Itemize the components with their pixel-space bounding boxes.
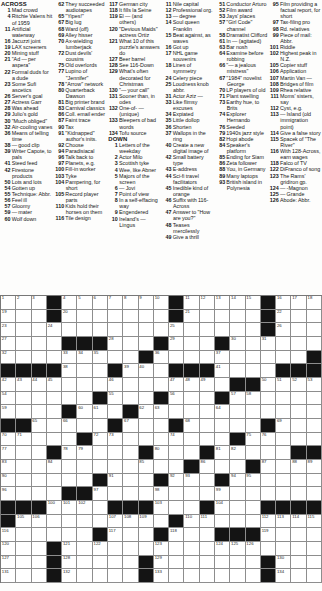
grid-cell-r2c1[interactable]: 19 bbox=[1, 310, 16, 324]
grid-cell-r2c19[interactable]: 22 bbox=[276, 310, 291, 324]
grid-cell-r8c16[interactable]: 57 bbox=[230, 392, 245, 406]
grid-cell-r3c16[interactable] bbox=[230, 323, 245, 337]
grid-cell-r17c5[interactable] bbox=[62, 515, 77, 529]
grid-cell-r18c18[interactable]: 119 bbox=[261, 528, 276, 542]
grid-cell-r2c17[interactable] bbox=[246, 310, 261, 324]
grid-cell-r15c1[interactable]: 96 bbox=[1, 487, 16, 501]
grid-cell-r18c19[interactable] bbox=[276, 528, 291, 542]
grid-cell-r12c9[interactable] bbox=[123, 446, 138, 460]
grid-cell-r10c7[interactable] bbox=[93, 419, 108, 433]
grid-cell-r9c6[interactable]: 60 bbox=[77, 405, 92, 419]
grid-cell-r1c2[interactable]: 2 bbox=[16, 296, 31, 310]
grid-cell-r1c20[interactable]: 17 bbox=[291, 296, 306, 310]
grid-cell-r11c1[interactable]: 70 bbox=[1, 433, 16, 447]
grid-cell-r1c5[interactable]: 4 bbox=[62, 296, 77, 310]
grid-cell-r9c10[interactable]: 62 bbox=[139, 405, 154, 419]
grid-cell-r1c7[interactable]: 6 bbox=[93, 296, 108, 310]
grid-cell-r15c19[interactable] bbox=[276, 487, 291, 501]
grid-cell-r19c3[interactable] bbox=[32, 542, 47, 556]
grid-cell-r11c4[interactable] bbox=[47, 433, 62, 447]
grid-cell-r4c14[interactable] bbox=[200, 337, 215, 351]
grid-cell-r8c19[interactable] bbox=[276, 392, 291, 406]
grid-cell-r9c14[interactable] bbox=[200, 405, 215, 419]
grid-cell-r12c12[interactable] bbox=[169, 446, 184, 460]
grid-cell-r9c12[interactable] bbox=[169, 405, 184, 419]
grid-cell-r13c9[interactable] bbox=[123, 460, 138, 474]
grid-cell-r4c8[interactable]: 28 bbox=[108, 337, 123, 351]
grid-cell-r6c5[interactable]: 38 bbox=[62, 364, 77, 378]
grid-cell-r10c6[interactable] bbox=[77, 419, 92, 433]
grid-cell-r13c19[interactable] bbox=[276, 460, 291, 474]
grid-cell-r20c17[interactable] bbox=[246, 556, 261, 570]
grid-cell-r13c11[interactable] bbox=[154, 460, 169, 474]
grid-cell-r10c9[interactable]: 67 bbox=[123, 419, 138, 433]
grid-cell-r4c17[interactable] bbox=[246, 337, 261, 351]
grid-cell-r15c17[interactable] bbox=[246, 487, 261, 501]
grid-cell-r7c2[interactable]: 43 bbox=[16, 378, 31, 392]
grid-cell-r14c2[interactable] bbox=[16, 474, 31, 488]
grid-cell-r7c18[interactable]: 50 bbox=[261, 378, 276, 392]
grid-cell-r5c5[interactable]: 33 bbox=[62, 351, 77, 365]
grid-cell-r5c11[interactable]: 36 bbox=[154, 351, 169, 365]
grid-cell-r9c15[interactable]: 64 bbox=[215, 405, 230, 419]
grid-cell-r21c16[interactable] bbox=[230, 569, 245, 583]
grid-cell-r7c9[interactable] bbox=[123, 378, 138, 392]
grid-cell-r11c20[interactable] bbox=[291, 433, 306, 447]
grid-cell-r7c13[interactable]: 48 bbox=[184, 378, 199, 392]
grid-cell-r19c2[interactable] bbox=[16, 542, 31, 556]
grid-cell-r1c16[interactable]: 14 bbox=[230, 296, 245, 310]
grid-cell-r3c20[interactable] bbox=[291, 323, 306, 337]
grid-cell-r4c1[interactable]: 27 bbox=[1, 337, 16, 351]
grid-cell-r3c6[interactable] bbox=[77, 323, 92, 337]
grid-cell-r13c16[interactable] bbox=[230, 460, 245, 474]
grid-cell-r9c8[interactable] bbox=[108, 405, 123, 419]
grid-cell-r13c2[interactable] bbox=[16, 460, 31, 474]
grid-cell-r7c1[interactable]: 42 bbox=[1, 378, 16, 392]
grid-cell-r10c4[interactable] bbox=[47, 419, 62, 433]
grid-cell-r4c3[interactable] bbox=[32, 337, 47, 351]
grid-cell-r3c1[interactable]: 23 bbox=[1, 323, 16, 337]
grid-cell-r11c15[interactable] bbox=[215, 433, 230, 447]
grid-cell-r12c8[interactable] bbox=[108, 446, 123, 460]
grid-cell-r17c14[interactable]: 111 bbox=[200, 515, 215, 529]
grid-cell-r6c17[interactable] bbox=[246, 364, 261, 378]
grid-cell-r9c2[interactable] bbox=[16, 405, 31, 419]
grid-cell-r15c13[interactable] bbox=[184, 487, 199, 501]
grid-cell-r21c6[interactable] bbox=[77, 569, 92, 583]
grid-cell-r20c1[interactable]: 127 bbox=[1, 556, 16, 570]
grid-cell-r19c14[interactable] bbox=[200, 542, 215, 556]
grid-cell-r18c3[interactable] bbox=[32, 528, 47, 542]
grid-cell-r13c1[interactable]: 83 bbox=[1, 460, 16, 474]
grid-cell-r12c16[interactable]: 82 bbox=[230, 446, 245, 460]
grid-cell-r14c17[interactable]: 95 bbox=[246, 474, 261, 488]
grid-cell-r11c13[interactable] bbox=[184, 433, 199, 447]
grid-cell-r10c16[interactable] bbox=[230, 419, 245, 433]
grid-cell-r18c8[interactable]: 117 bbox=[108, 528, 123, 542]
grid-cell-r8c12[interactable]: 56 bbox=[169, 392, 184, 406]
grid-cell-r21c7[interactable] bbox=[93, 569, 108, 583]
grid-cell-r14c4[interactable] bbox=[47, 474, 62, 488]
grid-cell-r14c1[interactable]: 90 bbox=[1, 474, 16, 488]
grid-cell-r8c5[interactable] bbox=[62, 392, 77, 406]
grid-cell-r15c21[interactable] bbox=[307, 487, 322, 501]
grid-cell-r5c18[interactable] bbox=[261, 351, 276, 365]
grid-cell-r4c10[interactable] bbox=[139, 337, 154, 351]
grid-cell-r1c19[interactable]: 16 bbox=[276, 296, 291, 310]
grid-cell-r15c10[interactable] bbox=[139, 487, 154, 501]
grid-cell-r7c10[interactable] bbox=[139, 378, 154, 392]
grid-cell-r8c17[interactable]: 58 bbox=[246, 392, 261, 406]
grid-cell-r7c5[interactable] bbox=[62, 378, 77, 392]
grid-cell-r1c8[interactable]: 7 bbox=[108, 296, 123, 310]
grid-cell-r19c15[interactable]: 124 bbox=[215, 542, 230, 556]
grid-cell-r2c11[interactable] bbox=[154, 310, 169, 324]
grid-cell-r13c12[interactable] bbox=[169, 460, 184, 474]
grid-cell-r10c11[interactable] bbox=[154, 419, 169, 433]
grid-cell-r7c15[interactable] bbox=[215, 378, 230, 392]
grid-cell-r8c2[interactable] bbox=[16, 392, 31, 406]
grid-cell-r18c2[interactable] bbox=[16, 528, 31, 542]
grid-cell-r20c21[interactable] bbox=[307, 556, 322, 570]
grid-cell-r18c5[interactable] bbox=[62, 528, 77, 542]
grid-cell-r3c17[interactable] bbox=[246, 323, 261, 337]
grid-cell-r7c14[interactable]: 49 bbox=[200, 378, 215, 392]
grid-cell-r14c14[interactable] bbox=[200, 474, 215, 488]
grid-cell-r18c13[interactable] bbox=[184, 528, 199, 542]
grid-cell-r19c13[interactable] bbox=[184, 542, 199, 556]
grid-cell-r7c7[interactable] bbox=[93, 378, 108, 392]
grid-cell-r16c7[interactable] bbox=[93, 501, 108, 515]
grid-cell-r3c2[interactable] bbox=[16, 323, 31, 337]
grid-cell-r12c13[interactable] bbox=[184, 446, 199, 460]
grid-cell-r18c20[interactable] bbox=[291, 528, 306, 542]
grid-cell-r10c13[interactable]: 68 bbox=[184, 419, 199, 433]
grid-cell-r9c20[interactable] bbox=[291, 405, 306, 419]
grid-cell-r21c17[interactable] bbox=[246, 569, 261, 583]
grid-cell-r4c4[interactable] bbox=[47, 337, 62, 351]
grid-cell-r19c8[interactable] bbox=[108, 542, 123, 556]
grid-cell-r10c19[interactable]: 69 bbox=[276, 419, 291, 433]
grid-cell-r6c10[interactable]: 40 bbox=[139, 364, 154, 378]
grid-cell-r13c5[interactable] bbox=[62, 460, 77, 474]
grid-cell-r3c14[interactable] bbox=[200, 323, 215, 337]
grid-cell-r4c13[interactable] bbox=[184, 337, 199, 351]
grid-cell-r17c10[interactable]: 109 bbox=[139, 515, 154, 529]
grid-cell-r4c18[interactable]: 31 bbox=[261, 337, 276, 351]
grid-cell-r2c7[interactable] bbox=[93, 310, 108, 324]
grid-cell-r5c6[interactable]: 34 bbox=[77, 351, 92, 365]
grid-cell-r20c2[interactable] bbox=[16, 556, 31, 570]
grid-cell-r19c10[interactable] bbox=[139, 542, 154, 556]
grid-cell-r1c11[interactable]: 10 bbox=[154, 296, 169, 310]
grid-cell-r13c7[interactable] bbox=[93, 460, 108, 474]
grid-cell-r7c6[interactable] bbox=[77, 378, 92, 392]
grid-cell-r13c10[interactable]: 85 bbox=[139, 460, 154, 474]
grid-cell-r17c18[interactable]: 112 bbox=[261, 515, 276, 529]
grid-cell-r8c13[interactable] bbox=[184, 392, 199, 406]
grid-cell-r5c15[interactable]: 37 bbox=[215, 351, 230, 365]
grid-cell-r12c2[interactable] bbox=[16, 446, 31, 460]
grid-cell-r7c21[interactable]: 53 bbox=[307, 378, 322, 392]
grid-cell-r12c17[interactable] bbox=[246, 446, 261, 460]
grid-cell-r10c3[interactable]: 65 bbox=[32, 419, 47, 433]
grid-cell-r5c13[interactable] bbox=[184, 351, 199, 365]
grid-cell-r21c1[interactable]: 131 bbox=[1, 569, 16, 583]
grid-cell-r10c21[interactable] bbox=[307, 419, 322, 433]
grid-cell-r4c21[interactable] bbox=[307, 337, 322, 351]
grid-cell-r17c21[interactable]: 115 bbox=[307, 515, 322, 529]
grid-cell-r14c10[interactable] bbox=[139, 474, 154, 488]
grid-cell-r19c6[interactable] bbox=[77, 542, 92, 556]
grid-cell-r13c21[interactable]: 89 bbox=[307, 460, 322, 474]
grid-cell-r6c6[interactable] bbox=[77, 364, 92, 378]
grid-cell-r6c7[interactable] bbox=[93, 364, 108, 378]
grid-cell-r6c16[interactable] bbox=[230, 364, 245, 378]
grid-cell-r19c18[interactable] bbox=[261, 542, 276, 556]
grid-cell-r8c9[interactable] bbox=[123, 392, 138, 406]
grid-cell-r14c13[interactable]: 93 bbox=[184, 474, 199, 488]
grid-cell-r17c16[interactable] bbox=[230, 515, 245, 529]
grid-cell-r12c5[interactable]: 78 bbox=[62, 446, 77, 460]
grid-cell-r2c9[interactable] bbox=[123, 310, 138, 324]
grid-cell-r9c3[interactable] bbox=[32, 405, 47, 419]
grid-cell-r16c4[interactable]: 100 bbox=[47, 501, 62, 515]
grid-cell-r10c20[interactable] bbox=[291, 419, 306, 433]
grid-cell-r11c2[interactable]: 71 bbox=[16, 433, 31, 447]
grid-cell-r9c7[interactable]: 61 bbox=[93, 405, 108, 419]
grid-cell-r20c15[interactable] bbox=[215, 556, 230, 570]
grid-cell-r13c18[interactable]: 87 bbox=[261, 460, 276, 474]
grid-cell-r3c21[interactable] bbox=[307, 323, 322, 337]
grid-cell-r10c10[interactable] bbox=[139, 419, 154, 433]
grid-cell-r9c4[interactable] bbox=[47, 405, 62, 419]
grid-cell-r9c19[interactable] bbox=[276, 405, 291, 419]
grid-cell-r18c1[interactable]: 116 bbox=[1, 528, 16, 542]
grid-cell-r2c8[interactable] bbox=[108, 310, 123, 324]
grid-cell-r20c8[interactable] bbox=[108, 556, 123, 570]
grid-cell-r13c3[interactable] bbox=[32, 460, 47, 474]
grid-cell-r11c10[interactable] bbox=[139, 433, 154, 447]
grid-cell-r11c14[interactable] bbox=[200, 433, 215, 447]
grid-cell-r3c8[interactable] bbox=[108, 323, 123, 337]
grid-cell-r13c20[interactable]: 88 bbox=[291, 460, 306, 474]
grid-cell-r10c14[interactable] bbox=[200, 419, 215, 433]
grid-cell-r12c1[interactable]: 77 bbox=[1, 446, 16, 460]
grid-cell-r21c15[interactable] bbox=[215, 569, 230, 583]
grid-cell-r19c17[interactable]: 126 bbox=[246, 542, 261, 556]
grid-cell-r1c9[interactable]: 8 bbox=[123, 296, 138, 310]
grid-cell-r12c11[interactable]: 80 bbox=[154, 446, 169, 460]
grid-cell-r18c9[interactable] bbox=[123, 528, 138, 542]
grid-cell-r2c13[interactable]: 21 bbox=[184, 310, 199, 324]
grid-cell-r20c20[interactable] bbox=[291, 556, 306, 570]
grid-cell-r9c13[interactable] bbox=[184, 405, 199, 419]
grid-cell-r3c5[interactable] bbox=[62, 323, 77, 337]
grid-cell-r18c14[interactable] bbox=[200, 528, 215, 542]
grid-cell-r15c9[interactable] bbox=[123, 487, 138, 501]
grid-cell-r3c10[interactable] bbox=[139, 323, 154, 337]
grid-cell-r2c3[interactable] bbox=[32, 310, 47, 324]
grid-cell-r9c21[interactable] bbox=[307, 405, 322, 419]
grid-cell-r19c21[interactable] bbox=[307, 542, 322, 556]
grid-cell-r19c19[interactable] bbox=[276, 542, 291, 556]
grid-cell-r15c12[interactable] bbox=[169, 487, 184, 501]
grid-cell-r21c21[interactable] bbox=[307, 569, 322, 583]
grid-cell-r16c11[interactable]: 103 bbox=[154, 501, 169, 515]
grid-cell-r20c11[interactable]: 129 bbox=[154, 556, 169, 570]
grid-cell-r7c3[interactable]: 44 bbox=[32, 378, 47, 392]
grid-cell-r2c5[interactable]: 20 bbox=[62, 310, 77, 324]
grid-cell-r5c3[interactable] bbox=[32, 351, 47, 365]
grid-cell-r10c15[interactable] bbox=[215, 419, 230, 433]
grid-cell-r2c6[interactable] bbox=[77, 310, 92, 324]
grid-cell-r7c12[interactable]: 47 bbox=[169, 378, 184, 392]
grid-cell-r11c19[interactable] bbox=[276, 433, 291, 447]
grid-cell-r14c18[interactable] bbox=[261, 474, 276, 488]
grid-cell-r7c20[interactable]: 52 bbox=[291, 378, 306, 392]
grid-cell-r4c12[interactable]: 29 bbox=[169, 337, 184, 351]
grid-cell-r21c19[interactable]: 134 bbox=[276, 569, 291, 583]
grid-cell-r21c3[interactable] bbox=[32, 569, 47, 583]
grid-cell-r16c16[interactable] bbox=[230, 501, 245, 515]
grid-cell-r6c18[interactable] bbox=[261, 364, 276, 378]
grid-cell-r7c11[interactable] bbox=[154, 378, 169, 392]
grid-cell-r19c5[interactable]: 121 bbox=[62, 542, 77, 556]
grid-cell-r6c11[interactable] bbox=[154, 364, 169, 378]
grid-cell-r16c5[interactable]: 101 bbox=[62, 501, 77, 515]
grid-cell-r3c7[interactable] bbox=[93, 323, 108, 337]
grid-cell-r5c7[interactable]: 35 bbox=[93, 351, 108, 365]
grid-cell-r14c6[interactable] bbox=[77, 474, 92, 488]
grid-cell-r9c1[interactable]: 59 bbox=[1, 405, 16, 419]
grid-cell-r17c6[interactable] bbox=[77, 515, 92, 529]
grid-cell-r14c5[interactable] bbox=[62, 474, 77, 488]
grid-cell-r20c19[interactable]: 130 bbox=[276, 556, 291, 570]
grid-cell-r3c9[interactable] bbox=[123, 323, 138, 337]
grid-cell-r12c19[interactable] bbox=[276, 446, 291, 460]
grid-cell-r1c3[interactable]: 3 bbox=[32, 296, 47, 310]
grid-cell-r15c20[interactable] bbox=[291, 487, 306, 501]
grid-cell-r16c6[interactable]: 102 bbox=[77, 501, 92, 515]
grid-cell-r19c12[interactable] bbox=[169, 542, 184, 556]
grid-cell-r18c10[interactable] bbox=[139, 528, 154, 542]
grid-cell-r7c8[interactable]: 46 bbox=[108, 378, 123, 392]
grid-cell-r17c20[interactable]: 114 bbox=[291, 515, 306, 529]
grid-cell-r3c4[interactable]: 24 bbox=[47, 323, 62, 337]
grid-cell-r21c11[interactable]: 133 bbox=[154, 569, 169, 583]
grid-cell-r5c19[interactable] bbox=[276, 351, 291, 365]
grid-cell-r15c11[interactable]: 98 bbox=[154, 487, 169, 501]
grid-cell-r15c14[interactable] bbox=[200, 487, 215, 501]
grid-cell-r14c16[interactable]: 94 bbox=[230, 474, 245, 488]
grid-cell-r18c12[interactable]: 118 bbox=[169, 528, 184, 542]
grid-cell-r11c21[interactable] bbox=[307, 433, 322, 447]
grid-cell-r21c12[interactable] bbox=[169, 569, 184, 583]
grid-cell-r16c12[interactable] bbox=[169, 501, 184, 515]
grid-cell-r3c12[interactable]: 25 bbox=[169, 323, 184, 337]
grid-cell-r5c20[interactable] bbox=[291, 351, 306, 365]
grid-cell-r20c6[interactable] bbox=[77, 556, 92, 570]
grid-cell-r18c6[interactable] bbox=[77, 528, 92, 542]
grid-cell-r15c15[interactable]: 99 bbox=[215, 487, 230, 501]
grid-cell-r19c1[interactable]: 120 bbox=[1, 542, 16, 556]
grid-cell-r8c6[interactable] bbox=[77, 392, 92, 406]
grid-cell-r8c8[interactable]: 55 bbox=[108, 392, 123, 406]
grid-cell-r17c11[interactable] bbox=[154, 515, 169, 529]
grid-cell-r17c8[interactable]: 107 bbox=[108, 515, 123, 529]
grid-cell-r20c7[interactable] bbox=[93, 556, 108, 570]
grid-cell-r21c14[interactable] bbox=[200, 569, 215, 583]
grid-cell-r20c12[interactable] bbox=[169, 556, 184, 570]
grid-cell-r8c20[interactable] bbox=[291, 392, 306, 406]
grid-cell-r1c6[interactable]: 5 bbox=[77, 296, 92, 310]
grid-cell-r10c17[interactable] bbox=[246, 419, 261, 433]
grid-cell-r12c18[interactable] bbox=[261, 446, 276, 460]
grid-cell-r5c9[interactable] bbox=[123, 351, 138, 365]
grid-cell-r7c4[interactable]: 45 bbox=[47, 378, 62, 392]
grid-cell-r15c4[interactable] bbox=[47, 487, 62, 501]
grid-cell-r1c13[interactable]: 11 bbox=[184, 296, 199, 310]
grid-cell-r9c11[interactable]: 63 bbox=[154, 405, 169, 419]
grid-cell-r8c4[interactable] bbox=[47, 392, 62, 406]
grid-cell-r11c11[interactable] bbox=[154, 433, 169, 447]
grid-cell-r14c8[interactable]: 91 bbox=[108, 474, 123, 488]
grid-cell-r18c21[interactable] bbox=[307, 528, 322, 542]
grid-cell-r19c9[interactable] bbox=[123, 542, 138, 556]
grid-cell-r17c17[interactable] bbox=[246, 515, 261, 529]
grid-cell-r16c15[interactable]: 104 bbox=[215, 501, 230, 515]
grid-cell-r20c5[interactable]: 128 bbox=[62, 556, 77, 570]
grid-cell-r1c14[interactable]: 12 bbox=[200, 296, 215, 310]
grid-cell-r15c3[interactable] bbox=[32, 487, 47, 501]
grid-cell-r17c13[interactable]: 110 bbox=[184, 515, 199, 529]
grid-cell-r3c3[interactable] bbox=[32, 323, 47, 337]
grid-cell-r15c16[interactable] bbox=[230, 487, 245, 501]
grid-cell-r17c7[interactable] bbox=[93, 515, 108, 529]
grid-cell-r17c19[interactable]: 113 bbox=[276, 515, 291, 529]
grid-cell-r1c17[interactable]: 15 bbox=[246, 296, 261, 310]
grid-cell-r5c4[interactable] bbox=[47, 351, 62, 365]
grid-cell-r8c3[interactable] bbox=[32, 392, 47, 406]
grid-cell-r19c7[interactable]: 122 bbox=[93, 542, 108, 556]
grid-cell-r21c13[interactable] bbox=[184, 569, 199, 583]
grid-cell-r8c14[interactable] bbox=[200, 392, 215, 406]
grid-cell-r19c16[interactable]: 125 bbox=[230, 542, 245, 556]
grid-cell-r11c3[interactable] bbox=[32, 433, 47, 447]
grid-cell-r12c3[interactable] bbox=[32, 446, 47, 460]
grid-cell-r5c17[interactable] bbox=[246, 351, 261, 365]
grid-cell-r2c21[interactable] bbox=[307, 310, 322, 324]
grid-cell-r15c18[interactable] bbox=[261, 487, 276, 501]
grid-cell-r9c18[interactable] bbox=[261, 405, 276, 419]
grid-cell-r17c15[interactable] bbox=[215, 515, 230, 529]
grid-cell-r1c21[interactable]: 18 bbox=[307, 296, 322, 310]
grid-cell-r11c12[interactable]: 74 bbox=[169, 433, 184, 447]
grid-cell-r2c2[interactable] bbox=[16, 310, 31, 324]
grid-cell-r12c15[interactable]: 81 bbox=[215, 446, 230, 460]
grid-cell-r21c8[interactable] bbox=[108, 569, 123, 583]
grid-cell-r4c2[interactable] bbox=[16, 337, 31, 351]
grid-cell-r5c14[interactable] bbox=[200, 351, 215, 365]
grid-cell-r20c3[interactable] bbox=[32, 556, 47, 570]
grid-cell-r13c8[interactable] bbox=[108, 460, 123, 474]
grid-cell-r2c10[interactable] bbox=[139, 310, 154, 324]
grid-cell-r10c5[interactable]: 66 bbox=[62, 419, 77, 433]
grid-cell-r6c9[interactable]: 39 bbox=[123, 364, 138, 378]
grid-cell-r8c18[interactable] bbox=[261, 392, 276, 406]
